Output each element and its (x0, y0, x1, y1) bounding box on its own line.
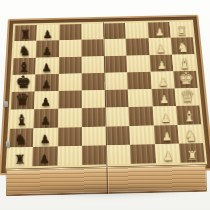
piece-white-knight[interactable]: ♞ (178, 127, 203, 142)
piece-black-pawn[interactable]: ♟ (32, 153, 57, 165)
piece-black-pawn[interactable]: ♟ (36, 29, 59, 40)
hinge-pin-icon (4, 101, 8, 107)
piece-black-pawn[interactable]: ♟ (34, 97, 58, 109)
piece-white-pawn[interactable]: ♟ (153, 112, 177, 124)
square-c8[interactable]: ♝ (10, 109, 35, 128)
piece-black-queen[interactable]: ♛ (10, 92, 34, 109)
square-f3[interactable] (127, 55, 151, 72)
square-g8[interactable]: ♞ (13, 41, 36, 58)
square-d7[interactable]: ♟ (34, 91, 58, 109)
square-b7[interactable]: ♟ (33, 127, 58, 146)
square-a5[interactable] (82, 145, 107, 165)
square-e5[interactable] (81, 73, 104, 91)
piece-white-pawn[interactable]: ♟ (154, 131, 179, 143)
square-f6[interactable] (58, 56, 81, 73)
piece-white-pawn[interactable]: ♟ (150, 59, 173, 70)
square-h4[interactable] (103, 23, 126, 39)
board-inner-border: ♜♟♟♜♞♟♟♞♝♟♟♝♚♟♟♚♛♟♟♛♝♟♟♝♞♟♟♞♜♟♟♜ (6, 20, 208, 169)
square-c3[interactable] (129, 107, 154, 126)
square-a2[interactable]: ♟ (154, 143, 180, 163)
folding-chess-set: ♜♟♟♜♞♟♟♞♝♟♟♝♚♟♟♚♛♟♟♛♝♟♟♝♞♟♟♞♜♟♟♜ (2, 1, 208, 206)
piece-white-bishop[interactable]: ♝ (177, 109, 201, 124)
square-a8[interactable]: ♜ (8, 147, 33, 167)
square-b3[interactable] (129, 125, 154, 144)
piece-white-pawn[interactable]: ♟ (152, 94, 176, 106)
piece-white-pawn[interactable]: ♟ (149, 43, 172, 54)
square-e6[interactable] (58, 73, 81, 91)
square-b2[interactable]: ♟ (153, 125, 178, 144)
piece-black-pawn[interactable]: ♟ (36, 45, 59, 56)
piece-white-knight[interactable]: ♞ (171, 39, 194, 53)
square-b5[interactable] (82, 126, 106, 145)
square-e2[interactable]: ♟ (150, 71, 174, 89)
square-c6[interactable] (58, 108, 82, 127)
square-d5[interactable] (81, 90, 105, 108)
square-c1[interactable]: ♝ (176, 106, 201, 125)
square-g6[interactable] (59, 40, 82, 57)
square-f4[interactable] (104, 55, 127, 72)
square-d8[interactable]: ♛ (11, 92, 35, 110)
piece-white-pawn[interactable]: ♟ (151, 77, 174, 89)
board-frame: ♜♟♟♜♞♟♟♞♝♟♟♝♚♟♟♚♛♟♟♛♝♟♟♝♞♟♟♞♜♟♟♜ (0, 15, 210, 175)
chess-set-photo: ♜♟♟♜♞♟♟♞♝♟♟♝♚♟♟♚♛♟♟♛♝♟♟♝♞♟♟♞♜♟♟♜ (0, 0, 210, 210)
square-h1[interactable]: ♜ (169, 21, 193, 37)
hinge-pin-icon (6, 141, 10, 147)
square-d2[interactable]: ♟ (151, 88, 176, 106)
piece-white-pawn[interactable]: ♟ (155, 150, 180, 162)
square-g5[interactable] (81, 39, 104, 56)
square-a7[interactable]: ♟ (33, 146, 58, 166)
square-g7[interactable]: ♟ (36, 40, 59, 57)
square-g4[interactable] (104, 39, 127, 56)
square-h8[interactable]: ♜ (14, 25, 37, 42)
square-h5[interactable] (81, 23, 103, 39)
square-g2[interactable]: ♟ (148, 38, 172, 55)
square-a4[interactable] (106, 145, 131, 165)
piece-black-knight[interactable]: ♞ (13, 43, 36, 57)
square-b1[interactable]: ♞ (177, 124, 203, 143)
square-h2[interactable]: ♟ (147, 22, 170, 38)
square-b6[interactable] (57, 127, 81, 146)
square-f5[interactable] (81, 56, 104, 73)
piece-black-pawn[interactable]: ♟ (34, 115, 58, 127)
square-d4[interactable] (105, 89, 129, 107)
drop-shadow (8, 186, 204, 198)
square-c7[interactable]: ♟ (34, 109, 58, 128)
piece-black-rook[interactable]: ♜ (8, 152, 33, 165)
square-b4[interactable] (106, 126, 131, 145)
square-d3[interactable] (128, 89, 152, 107)
piece-white-rook[interactable]: ♜ (180, 149, 205, 162)
square-e4[interactable] (104, 72, 128, 90)
square-e3[interactable] (127, 72, 151, 90)
square-c4[interactable] (105, 107, 129, 126)
square-a1[interactable]: ♜ (179, 143, 205, 163)
piece-black-pawn[interactable]: ♟ (33, 134, 58, 146)
piece-white-pawn[interactable]: ♟ (148, 26, 171, 37)
square-g3[interactable] (126, 38, 149, 55)
piece-black-bishop[interactable]: ♝ (10, 112, 34, 127)
piece-white-rook[interactable]: ♜ (170, 25, 193, 37)
square-h3[interactable] (125, 22, 148, 38)
piece-white-king[interactable]: ♚ (174, 70, 198, 88)
square-c2[interactable]: ♟ (152, 106, 177, 125)
square-h6[interactable] (59, 24, 81, 40)
square-d6[interactable] (58, 91, 82, 109)
square-a6[interactable] (57, 146, 82, 166)
square-b8[interactable]: ♞ (9, 128, 34, 147)
piece-black-pawn[interactable]: ♟ (35, 79, 58, 91)
piece-black-knight[interactable]: ♞ (9, 131, 34, 146)
square-h7[interactable]: ♟ (37, 24, 60, 40)
square-c5[interactable] (82, 108, 106, 127)
square-g1[interactable]: ♞ (170, 37, 194, 54)
square-d1[interactable]: ♛ (174, 88, 199, 106)
piece-black-king[interactable]: ♚ (11, 74, 35, 92)
piece-white-queen[interactable]: ♛ (175, 89, 199, 106)
square-a3[interactable] (130, 144, 155, 164)
piece-black-pawn[interactable]: ♟ (35, 62, 58, 73)
square-e7[interactable]: ♟ (35, 74, 58, 92)
square-f2[interactable]: ♟ (149, 54, 173, 71)
square-f7[interactable]: ♟ (36, 57, 59, 74)
piece-black-rook[interactable]: ♜ (14, 29, 37, 41)
folding-chessboard: ♜♟♟♜♞♟♟♞♝♟♟♝♚♟♟♚♛♟♟♛♝♟♟♝♞♟♟♞♜♟♟♜ (0, 15, 210, 175)
